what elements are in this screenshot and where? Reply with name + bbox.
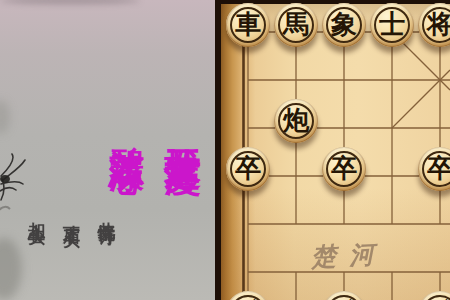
piece-black-soldier[interactable]: 卒 [418,147,450,191]
piece-glyph: 兵 [226,291,270,300]
black-calligraphy-column-1: 此情无计可 [95,208,118,300]
piece-glyph: 兵 [418,291,450,300]
piece-black-cannon[interactable]: 炮 [274,99,318,143]
piece-glyph: 士 [370,3,414,47]
piece-glyph: 卒 [226,147,270,191]
ink-wash-blob [0,238,22,300]
piece-red-soldier[interactable]: 兵 [226,291,270,300]
piece-glyph: 兵 [322,291,366,300]
piece-black-soldier[interactable]: 卒 [226,147,270,191]
piece-black-soldier[interactable]: 卒 [322,147,366,191]
game-screenshot: 拨开迷雾漫 碧波荡漾心 此情无计可 才下眉头 却上心头 [0,0,450,300]
ink-wash-paper-panel: 拨开迷雾漫 碧波荡漾心 此情无计可 才下眉头 却上心头 [0,0,222,300]
black-calligraphy-column-3: 却上心头 [25,208,48,300]
ink-wash-blob [0,100,10,134]
piece-glyph: 象 [322,3,366,47]
piece-glyph: 将 [418,3,450,47]
piece-black-horse[interactable]: 馬 [274,3,318,47]
piece-black-elephant[interactable]: 象 [322,3,366,47]
piece-black-chariot[interactable]: 車 [226,3,270,47]
piece-black-general[interactable]: 将 [418,3,450,47]
piece-red-soldier[interactable]: 兵 [418,291,450,300]
pieces-layer: 車馬象士将炮卒卒卒兵兵兵 [215,0,450,300]
piece-glyph: 馬 [274,3,318,47]
piece-glyph: 炮 [274,99,318,143]
piece-glyph: 卒 [322,147,366,191]
piece-black-advisor[interactable]: 士 [370,3,414,47]
magenta-calligraphy-column-1: 拨开迷雾漫 [152,118,212,300]
piece-red-soldier[interactable]: 兵 [322,291,366,300]
piece-glyph: 車 [226,3,270,47]
piece-glyph: 卒 [418,147,450,191]
black-calligraphy-column-2: 才下眉头 [60,211,83,300]
ink-smudge [0,0,140,4]
xiangqi-board[interactable]: 楚河 車馬象士将炮卒卒卒兵兵兵 [215,0,450,300]
